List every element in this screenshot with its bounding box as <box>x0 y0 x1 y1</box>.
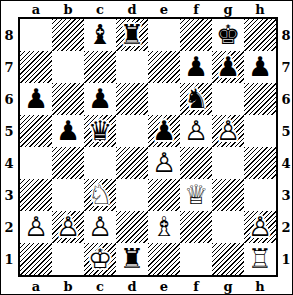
square-h7[interactable]: ♟♟ <box>244 51 276 83</box>
square-b6[interactable] <box>52 83 84 115</box>
square-a8[interactable] <box>20 19 52 51</box>
rank-label-1: 1 <box>278 243 293 275</box>
rank-label-5: 5 <box>278 115 293 147</box>
square-e7[interactable] <box>148 51 180 83</box>
rank-label-8: 8 <box>278 19 293 51</box>
piece-wB-e2: ♝♗ <box>148 211 180 243</box>
square-g1[interactable] <box>212 243 244 275</box>
square-a4[interactable] <box>20 147 52 179</box>
square-d3[interactable] <box>116 179 148 211</box>
square-c6[interactable]: ♟♟ <box>84 83 116 115</box>
rank-labels-right: 87654321 <box>278 19 293 275</box>
piece-wR-h1: ♜♖ <box>244 243 276 275</box>
file-label-h: h <box>244 1 276 17</box>
square-e1[interactable] <box>148 243 180 275</box>
piece-bN-f6: ♞♞ <box>180 83 212 115</box>
piece-glyph: ♙ <box>20 211 52 243</box>
piece-bP-f7: ♟♟ <box>180 51 212 83</box>
square-d5[interactable] <box>116 115 148 147</box>
piece-wP-h2: ♟♙ <box>244 211 276 243</box>
piece-glyph: ♙ <box>84 211 116 243</box>
piece-bB-c8: ♝♝ <box>84 19 116 51</box>
piece-glyph: ♘ <box>84 179 116 211</box>
square-d7[interactable] <box>116 51 148 83</box>
file-label-e: e <box>148 278 180 294</box>
rank-label-6: 6 <box>1 83 17 115</box>
square-g7[interactable]: ♟♟ <box>212 51 244 83</box>
rank-label-7: 7 <box>278 51 293 83</box>
rank-label-5: 5 <box>1 115 17 147</box>
square-a6[interactable]: ♟♟ <box>20 83 52 115</box>
file-label-g: g <box>212 1 244 17</box>
square-a1[interactable] <box>20 243 52 275</box>
square-d6[interactable] <box>116 83 148 115</box>
square-a5[interactable] <box>20 115 52 147</box>
file-label-f: f <box>180 1 212 17</box>
piece-glyph: ♚ <box>212 19 244 51</box>
file-label-e: e <box>148 1 180 17</box>
piece-wN-c3: ♞♘ <box>84 179 116 211</box>
rank-label-6: 6 <box>278 83 293 115</box>
square-c2[interactable]: ♟♙ <box>84 211 116 243</box>
square-f8[interactable] <box>180 19 212 51</box>
square-g4[interactable] <box>212 147 244 179</box>
square-c3[interactable]: ♞♘ <box>84 179 116 211</box>
square-e2[interactable]: ♝♗ <box>148 211 180 243</box>
square-c4[interactable] <box>84 147 116 179</box>
piece-bQ-c5: ♛♛ <box>84 115 116 147</box>
piece-glyph: ♟ <box>52 115 84 147</box>
file-label-g: g <box>212 278 244 294</box>
square-h2[interactable]: ♟♙ <box>244 211 276 243</box>
file-label-h: h <box>244 278 276 294</box>
piece-wK-c1: ♚♔ <box>84 243 116 275</box>
square-f3[interactable]: ♛♕ <box>180 179 212 211</box>
square-e6[interactable] <box>148 83 180 115</box>
square-h4[interactable] <box>244 147 276 179</box>
rank-label-2: 2 <box>278 211 293 243</box>
file-label-d: d <box>116 278 148 294</box>
chess-board: ♝♝♜♜♚♚♟♟♟♟♟♟♟♟♟♟♞♞♟♟♛♛♟♟♟♙♟♙♟♙♞♘♛♕♟♙♟♙♟♙… <box>18 17 278 277</box>
square-g2[interactable] <box>212 211 244 243</box>
file-label-f: f <box>180 278 212 294</box>
square-c5[interactable]: ♛♛ <box>84 115 116 147</box>
piece-wP-g5: ♟♙ <box>212 115 244 147</box>
rank-labels-left: 87654321 <box>1 19 17 275</box>
square-h1[interactable]: ♜♖ <box>244 243 276 275</box>
piece-bP-c6: ♟♟ <box>84 83 116 115</box>
file-label-b: b <box>52 1 84 17</box>
file-labels-top: abcdefgh <box>20 1 276 17</box>
square-e4[interactable]: ♟♙ <box>148 147 180 179</box>
piece-bP-h7: ♟♟ <box>244 51 276 83</box>
piece-bK-g8: ♚♚ <box>212 19 244 51</box>
square-c1[interactable]: ♚♔ <box>84 243 116 275</box>
square-b1[interactable] <box>52 243 84 275</box>
square-g8[interactable]: ♚♚ <box>212 19 244 51</box>
piece-bR-d8: ♜♜ <box>116 19 148 51</box>
square-a7[interactable] <box>20 51 52 83</box>
piece-glyph: ♙ <box>52 211 84 243</box>
file-label-b: b <box>52 278 84 294</box>
rank-label-4: 4 <box>1 147 17 179</box>
square-c7[interactable] <box>84 51 116 83</box>
square-c8[interactable]: ♝♝ <box>84 19 116 51</box>
rank-label-8: 8 <box>1 19 17 51</box>
piece-bR-d1: ♜♜ <box>116 243 148 275</box>
square-d1[interactable]: ♜♜ <box>116 243 148 275</box>
piece-glyph: ♛ <box>84 115 116 147</box>
square-h3[interactable] <box>244 179 276 211</box>
file-label-d: d <box>116 1 148 17</box>
piece-glyph: ♟ <box>244 51 276 83</box>
square-d2[interactable] <box>116 211 148 243</box>
square-g5[interactable]: ♟♙ <box>212 115 244 147</box>
square-b4[interactable] <box>52 147 84 179</box>
square-f2[interactable] <box>180 211 212 243</box>
square-f5[interactable]: ♟♙ <box>180 115 212 147</box>
piece-glyph: ♞ <box>180 83 212 115</box>
piece-glyph: ♕ <box>180 179 212 211</box>
file-label-a: a <box>20 278 52 294</box>
square-b8[interactable] <box>52 19 84 51</box>
square-h6[interactable] <box>244 83 276 115</box>
piece-glyph: ♙ <box>148 147 180 179</box>
piece-glyph: ♔ <box>84 243 116 275</box>
rank-label-3: 3 <box>278 179 293 211</box>
piece-bP-a6: ♟♟ <box>20 83 52 115</box>
piece-glyph: ♟ <box>148 115 180 147</box>
square-b2[interactable]: ♟♙ <box>52 211 84 243</box>
rank-label-7: 7 <box>1 51 17 83</box>
square-f4[interactable] <box>180 147 212 179</box>
square-a2[interactable]: ♟♙ <box>20 211 52 243</box>
square-f7[interactable]: ♟♟ <box>180 51 212 83</box>
square-g6[interactable] <box>212 83 244 115</box>
piece-glyph: ♟ <box>84 83 116 115</box>
square-e3[interactable] <box>148 179 180 211</box>
square-g3[interactable] <box>212 179 244 211</box>
square-b3[interactable] <box>52 179 84 211</box>
square-a3[interactable] <box>20 179 52 211</box>
piece-glyph: ♟ <box>180 51 212 83</box>
square-f1[interactable] <box>180 243 212 275</box>
square-b5[interactable]: ♟♟ <box>52 115 84 147</box>
piece-wP-b2: ♟♙ <box>52 211 84 243</box>
square-h8[interactable] <box>244 19 276 51</box>
piece-wP-a2: ♟♙ <box>20 211 52 243</box>
file-label-c: c <box>84 1 116 17</box>
rank-label-2: 2 <box>1 211 17 243</box>
piece-wP-c2: ♟♙ <box>84 211 116 243</box>
rank-label-3: 3 <box>1 179 17 211</box>
rank-label-1: 1 <box>1 243 17 275</box>
chess-diagram: abcdefgh 87654321 ♝♝♜♜♚♚♟♟♟♟♟♟♟♟♟♟♞♞♟♟♛♛… <box>0 0 293 295</box>
piece-glyph: ♟ <box>212 51 244 83</box>
piece-glyph: ♙ <box>212 115 244 147</box>
piece-glyph: ♟ <box>20 83 52 115</box>
piece-glyph: ♜ <box>116 243 148 275</box>
square-d8[interactable]: ♜♜ <box>116 19 148 51</box>
piece-wQ-f3: ♛♕ <box>180 179 212 211</box>
square-e5[interactable]: ♟♟ <box>148 115 180 147</box>
square-e8[interactable] <box>148 19 180 51</box>
piece-bP-b5: ♟♟ <box>52 115 84 147</box>
square-d4[interactable] <box>116 147 148 179</box>
square-f6[interactable]: ♞♞ <box>180 83 212 115</box>
piece-wP-e4: ♟♙ <box>148 147 180 179</box>
piece-glyph: ♜ <box>116 19 148 51</box>
piece-bP-g7: ♟♟ <box>212 51 244 83</box>
piece-glyph: ♙ <box>244 211 276 243</box>
piece-glyph: ♝ <box>84 19 116 51</box>
piece-glyph: ♗ <box>148 211 180 243</box>
file-label-c: c <box>84 278 116 294</box>
square-b7[interactable] <box>52 51 84 83</box>
piece-bP-e5: ♟♟ <box>148 115 180 147</box>
file-labels-bottom: abcdefgh <box>20 278 276 294</box>
piece-wP-f5: ♟♙ <box>180 115 212 147</box>
file-label-a: a <box>20 1 52 17</box>
piece-glyph: ♙ <box>180 115 212 147</box>
square-h5[interactable] <box>244 115 276 147</box>
rank-label-4: 4 <box>278 147 293 179</box>
piece-glyph: ♖ <box>244 243 276 275</box>
